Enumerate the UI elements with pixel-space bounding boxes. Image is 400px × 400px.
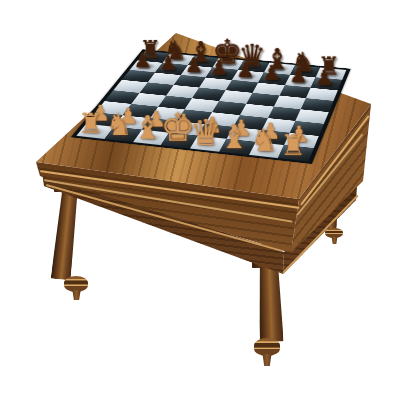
black-pawn[interactable]: ♟ — [129, 52, 155, 71]
leg-shaft — [51, 189, 80, 281]
leg-foot-rings — [325, 228, 343, 238]
square-a1[interactable]: ♜ — [278, 145, 313, 161]
black-pawn[interactable]: ♟ — [180, 57, 207, 76]
leg-foot-tip — [260, 354, 274, 366]
leg-foot-rings — [64, 276, 88, 292]
square-h4[interactable] — [105, 90, 140, 103]
leg-shaft — [257, 266, 284, 343]
white-king[interactable]: ♚ — [161, 109, 191, 146]
white-rook[interactable]: ♜ — [278, 132, 309, 159]
chess-table-scene: ♜♞♝♚♛♝♞♜♟♟♟♟♟♟♟♟♟♟♟♟♟♟♟♟♜♞♝♚♛♝♞♜ — [0, 0, 400, 400]
black-pawn[interactable]: ♟ — [284, 67, 311, 86]
leg-foot-tip — [330, 237, 339, 244]
white-knight[interactable]: ♞ — [248, 127, 278, 156]
black-pawn[interactable]: ♟ — [232, 62, 259, 81]
white-knight[interactable]: ♞ — [104, 112, 134, 140]
white-queen[interactable]: ♛ — [190, 116, 220, 150]
black-pawn[interactable]: ♟ — [311, 69, 338, 89]
leg-foot-rings — [254, 338, 280, 356]
black-pawn[interactable]: ♟ — [206, 59, 233, 78]
white-bishop[interactable]: ♝ — [132, 113, 162, 144]
square-a5[interactable] — [301, 98, 333, 112]
black-pawn[interactable]: ♟ — [258, 64, 285, 83]
white-rook[interactable]: ♜ — [76, 111, 105, 137]
black-pawn[interactable]: ♟ — [155, 54, 181, 73]
white-bishop[interactable]: ♝ — [219, 122, 249, 153]
square-a7[interactable]: ♟ — [311, 77, 342, 90]
